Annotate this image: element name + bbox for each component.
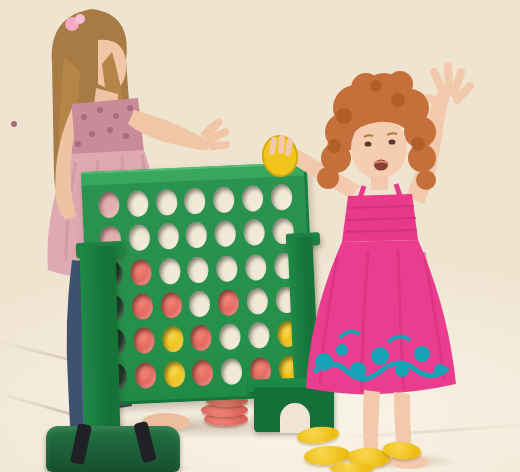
empty-hole [158, 258, 180, 285]
empty-hole [155, 189, 177, 216]
board-cell-r4c3[interactable] [156, 288, 186, 324]
photo-scene [0, 0, 520, 472]
empty-hole [219, 324, 241, 351]
flower-hair-clip [75, 14, 85, 24]
board-cell-r5c5[interactable] [215, 319, 245, 355]
red-disc [192, 359, 214, 386]
board-cell-r1c1[interactable] [94, 187, 124, 223]
right-child-grip-fingers [272, 138, 290, 153]
empty-hole [189, 291, 211, 318]
board-cell-r3c3[interactable] [154, 253, 184, 289]
right-child-neck [371, 176, 388, 190]
board-cell-r6c4[interactable] [188, 355, 218, 391]
board-cell-r5c2[interactable] [129, 323, 159, 359]
red-disc [131, 293, 153, 320]
empty-hole [98, 192, 120, 219]
storage-bag [46, 426, 180, 472]
board-cell-r4c4[interactable] [185, 286, 215, 322]
right-child [248, 56, 510, 472]
bag-strap [70, 423, 92, 465]
empty-hole [157, 223, 179, 250]
board-cell-r3c5[interactable] [212, 251, 242, 287]
board-cell-r1c4[interactable] [180, 183, 210, 219]
yellow-disc [163, 361, 185, 388]
board-cell-r4c2[interactable] [127, 289, 157, 325]
empty-hole [126, 190, 148, 217]
empty-hole [186, 222, 208, 249]
board-cell-r6c3[interactable] [159, 356, 189, 392]
yellow-disc [162, 326, 184, 353]
board-cell-r1c5[interactable] [209, 182, 239, 218]
board-cell-r4c5[interactable] [214, 285, 244, 321]
empty-hole [216, 255, 238, 282]
empty-hole [128, 225, 150, 252]
empty-hole [213, 186, 235, 213]
board-cell-r2c2[interactable] [124, 220, 154, 256]
board-cell-r3c4[interactable] [183, 252, 213, 288]
red-disc [130, 259, 152, 286]
red-disc [133, 328, 155, 355]
red-disc [218, 289, 240, 316]
board-left-post [80, 246, 121, 437]
board-cell-r2c4[interactable] [182, 218, 212, 254]
board-cell-r5c4[interactable] [186, 321, 216, 357]
empty-hole [215, 221, 237, 248]
empty-hole [184, 188, 206, 215]
board-cell-r1c3[interactable] [151, 185, 181, 221]
bag-strap [133, 421, 156, 463]
empty-hole [187, 256, 209, 283]
board-cell-r2c5[interactable] [210, 216, 240, 252]
red-disc [160, 292, 182, 319]
red-disc [134, 362, 156, 389]
board-cell-r3c2[interactable] [125, 255, 155, 291]
red-disc [190, 325, 212, 352]
board-cell-r5c3[interactable] [157, 322, 187, 358]
floor-yellow-disc [330, 463, 374, 472]
board-cell-r6c5[interactable] [217, 354, 247, 390]
empty-hole [221, 358, 243, 385]
board-cell-r6c2[interactable] [130, 358, 160, 394]
board-cell-r2c3[interactable] [153, 219, 183, 255]
board-cell-r1c2[interactable] [122, 186, 152, 222]
